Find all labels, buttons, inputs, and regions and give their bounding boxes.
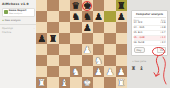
square-e5[interactable]: [82, 33, 93, 44]
square-b8[interactable]: [47, 0, 58, 11]
square-c8[interactable]: [59, 0, 70, 11]
square-c1[interactable]: ♝: [59, 77, 70, 88]
square-g5[interactable]: [104, 33, 115, 44]
square-d4[interactable]: [70, 44, 81, 55]
move-text: 15. Bc1: [134, 31, 143, 35]
square-b3[interactable]: [47, 55, 58, 66]
square-f2[interactable]: ♟: [93, 66, 104, 77]
chevron-right-icon: ›: [34, 27, 35, 30]
square-f4[interactable]: [93, 44, 104, 55]
white-p-e4[interactable]: ♟: [83, 44, 92, 55]
square-h6[interactable]: [116, 22, 127, 33]
square-e6[interactable]: ♟: [82, 22, 93, 33]
square-h2[interactable]: ♟: [116, 66, 127, 77]
square-a8[interactable]: [36, 0, 47, 11]
sidebar-item-openings[interactable]: Openings ›: [2, 27, 35, 30]
square-a2[interactable]: [36, 66, 47, 77]
white-p-f2[interactable]: ♟: [94, 66, 103, 77]
square-b2[interactable]: [47, 66, 58, 77]
square-d1[interactable]: [70, 77, 81, 88]
square-b1[interactable]: [47, 77, 58, 88]
square-c4[interactable]: [59, 44, 70, 55]
report-icon: [4, 10, 8, 14]
square-f6[interactable]: [93, 22, 104, 33]
square-f3[interactable]: ♞: [93, 55, 104, 66]
white-k-e1[interactable]: ♚: [83, 77, 92, 88]
report-subtitle: View analysis: [9, 12, 27, 15]
square-b6[interactable]: [47, 22, 58, 33]
square-b5[interactable]: ♜: [47, 33, 58, 44]
white-n-d2[interactable]: ♞: [72, 66, 81, 77]
eval-text: +1.2: [160, 36, 166, 40]
black-k-e8[interactable]: ♚: [83, 0, 92, 11]
square-e2[interactable]: [82, 66, 93, 77]
sidebar-item-practice[interactable]: Practice: [2, 31, 35, 34]
openings-label: Openings: [2, 27, 13, 30]
square-e3[interactable]: [82, 55, 93, 66]
square-g6[interactable]: [104, 22, 115, 33]
eval-text: +0.8: [160, 26, 166, 30]
plus-icon: +: [2, 19, 4, 22]
move-text: 16. Nxh8: [134, 41, 145, 45]
square-h3[interactable]: [116, 55, 127, 66]
black-r-b5[interactable]: ♜: [49, 33, 58, 44]
play-button[interactable]: Play: [134, 47, 145, 53]
square-f8[interactable]: [93, 0, 104, 11]
square-c6[interactable]: [59, 22, 70, 33]
black-p-e6[interactable]: ♟: [83, 22, 92, 33]
square-c7[interactable]: [59, 11, 70, 22]
square-d8[interactable]: ♛: [70, 0, 81, 11]
square-c3[interactable]: [59, 55, 70, 66]
square-g8[interactable]: [104, 0, 115, 11]
practice-label: Practice: [2, 31, 11, 34]
white-p-g2[interactable]: ♟: [106, 66, 115, 77]
black-n-e7[interactable]: ♞: [83, 11, 92, 22]
square-h1[interactable]: ♜: [116, 77, 127, 88]
square-g7[interactable]: [104, 11, 115, 22]
square-d5[interactable]: [70, 33, 81, 44]
analysis-panel: Computer analysis Move Eval 14. Nf3+0.61…: [131, 10, 168, 56]
white-b-c1[interactable]: ♝: [60, 77, 69, 88]
square-a1[interactable]: ♜: [36, 77, 47, 88]
square-a4[interactable]: [36, 44, 47, 55]
square-d6[interactable]: [70, 22, 81, 33]
square-g3[interactable]: [104, 55, 115, 66]
square-c5[interactable]: [59, 33, 70, 44]
app-logo: AIMchess v1.9: [0, 0, 36, 6]
move-row-5[interactable]: 16. Nxh8+3.4: [134, 41, 166, 46]
captured-pieces: ♜ ♝: [131, 65, 144, 71]
square-f1[interactable]: [93, 77, 104, 88]
square-e1[interactable]: ♚: [82, 77, 93, 88]
black-q-d8[interactable]: ♛: [72, 0, 81, 11]
square-e4[interactable]: ♟: [82, 44, 93, 55]
square-g1[interactable]: [104, 77, 115, 88]
new-analysis-label: New analysis: [5, 19, 21, 22]
sidebar: AIMchess v1.9 Game Report View analysis …: [0, 0, 37, 88]
square-h4[interactable]: [116, 44, 127, 55]
white-r-h1[interactable]: ♜: [117, 77, 126, 88]
white-p-h2[interactable]: ♟: [117, 66, 126, 77]
square-h7[interactable]: ♟: [116, 11, 127, 22]
square-a6[interactable]: [36, 22, 47, 33]
square-e7[interactable]: ♞: [82, 11, 93, 22]
square-a5[interactable]: ♟: [36, 33, 47, 44]
black-r-h8[interactable]: ♜: [117, 0, 126, 11]
white-n-f3[interactable]: ♞: [94, 55, 103, 66]
col-eval: Eval: [161, 19, 165, 21]
square-a7[interactable]: [36, 11, 47, 22]
new-game-link[interactable]: + New game: [132, 60, 146, 63]
move-text: 15... Qd8: [134, 36, 145, 40]
black-n-d7[interactable]: ♞: [72, 11, 81, 22]
chess-board[interactable]: ♛♚♜♞♞♟♟♟♟♜♟♞♞♟♟♟♜♝♚♜: [36, 0, 127, 88]
white-r-a1[interactable]: ♜: [37, 77, 46, 88]
sidebar-divider: [0, 24, 36, 25]
move-text: 14. Nf3: [134, 21, 143, 25]
square-d2[interactable]: ♞: [70, 66, 81, 77]
black-p-f7[interactable]: ♟: [94, 11, 103, 22]
eval-text: +0.6: [160, 21, 166, 25]
black-p-a5[interactable]: ♟: [37, 33, 46, 44]
square-f7[interactable]: ♟: [93, 11, 104, 22]
eval-text: +0.7: [160, 31, 166, 35]
square-c2[interactable]: [59, 66, 70, 77]
col-move: Move: [134, 19, 140, 21]
square-b7[interactable]: [47, 11, 58, 22]
eval-badge[interactable]: 21: [157, 47, 165, 53]
square-d7[interactable]: ♞: [70, 11, 81, 22]
eval-text: +3.4: [160, 41, 166, 45]
sidebar-item-new-analysis[interactable]: + New analysis: [2, 19, 35, 22]
panel-title: Computer analysis: [134, 13, 166, 18]
square-g4[interactable]: [104, 44, 115, 55]
square-e8[interactable]: ♚: [82, 0, 93, 11]
square-a3[interactable]: [36, 55, 47, 66]
move-list: 14. Nf3+0.614... Rb5+0.815. Bc1+0.715...…: [134, 21, 166, 46]
black-p-h7[interactable]: ♟: [117, 11, 126, 22]
square-h8[interactable]: ♜: [116, 0, 127, 11]
move-text: 14... Rb5: [134, 26, 145, 30]
sidebar-item-game-report[interactable]: Game Report View analysis: [2, 8, 35, 17]
square-f5[interactable]: [93, 33, 104, 44]
square-d3[interactable]: [70, 55, 81, 66]
square-g2[interactable]: ♟: [104, 66, 115, 77]
square-h5[interactable]: [116, 33, 127, 44]
table-header: Move Eval: [134, 19, 166, 21]
square-b4[interactable]: [47, 44, 58, 55]
